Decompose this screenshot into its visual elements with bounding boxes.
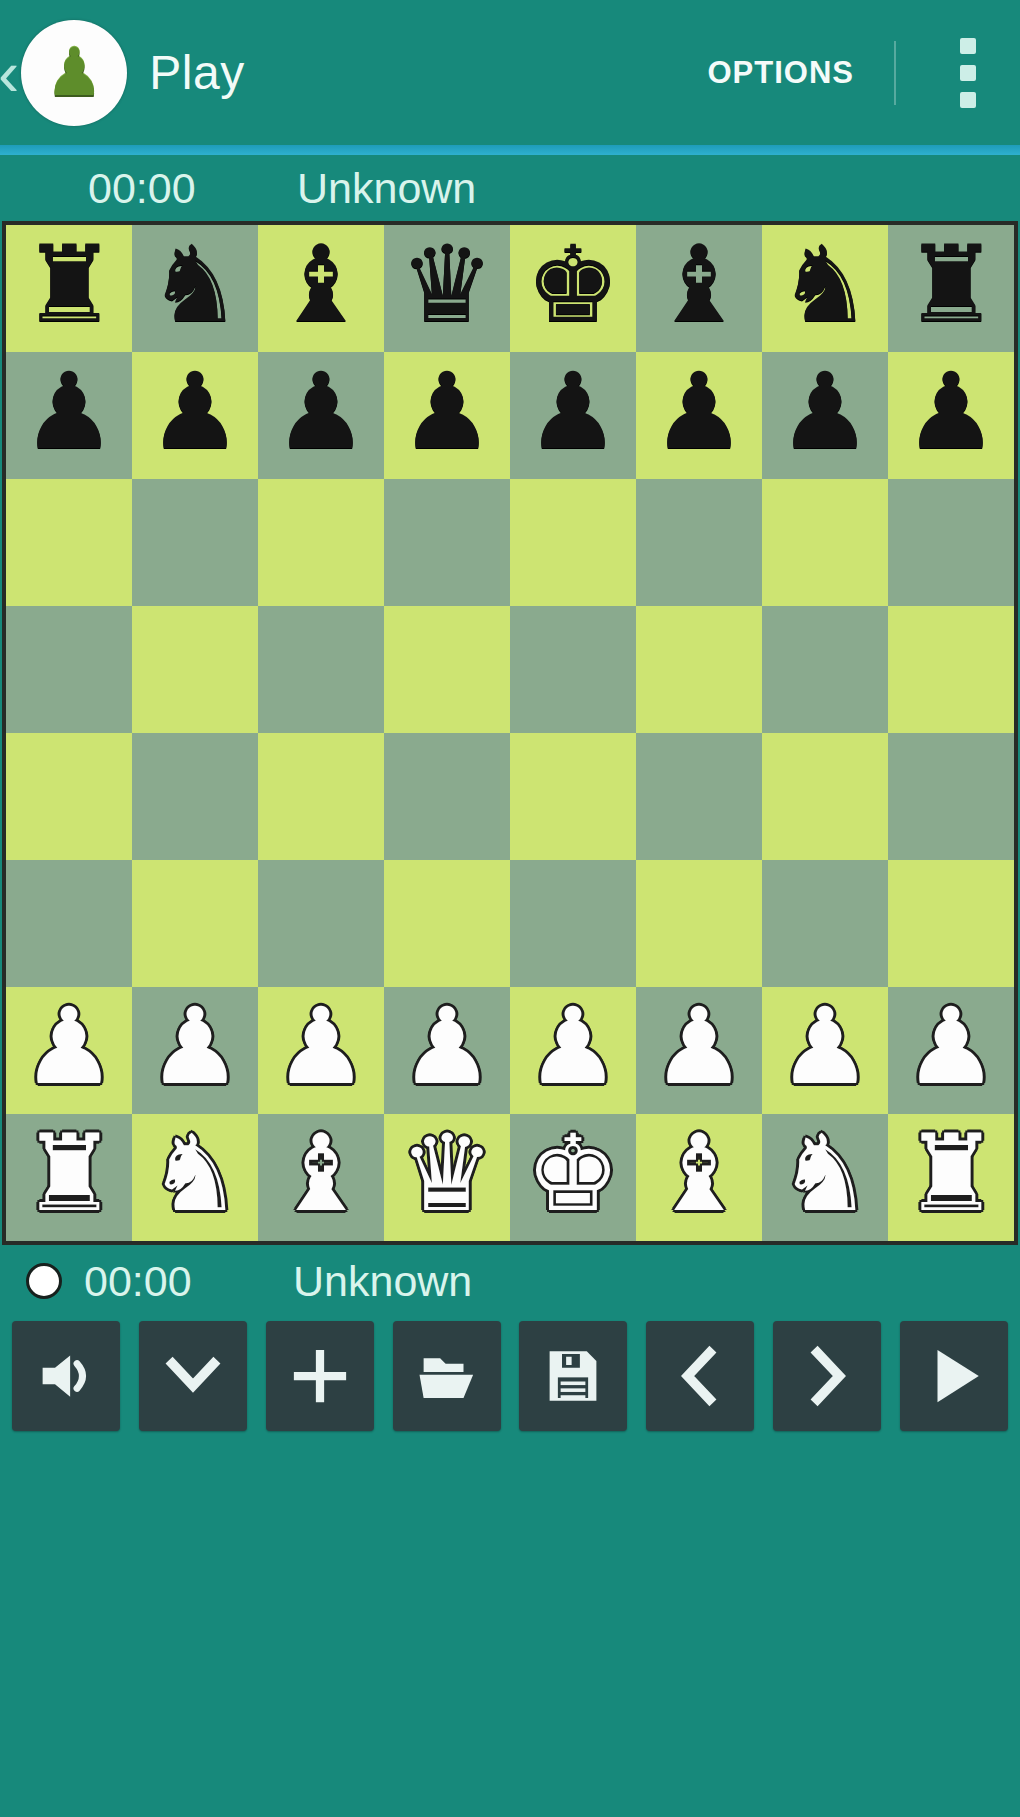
square-g3[interactable] <box>762 860 888 987</box>
square-g1[interactable]: ♞ <box>762 1114 888 1241</box>
piece-white-knight: ♞ <box>777 1121 872 1227</box>
piece-white-bishop: ♝ <box>651 1121 746 1227</box>
vertical-ellipsis-icon <box>960 38 976 54</box>
piece-black-bishop: ♝ <box>273 232 368 338</box>
piece-black-knight: ♞ <box>777 232 872 338</box>
square-g5[interactable] <box>762 606 888 733</box>
square-c5[interactable] <box>258 606 384 733</box>
vertical-ellipsis-icon <box>960 92 976 108</box>
prev-move-button[interactable] <box>646 1321 754 1431</box>
header-divider <box>0 145 1020 155</box>
piece-black-bishop: ♝ <box>651 232 746 338</box>
piece-black-king: ♚ <box>525 232 620 338</box>
overflow-menu-button[interactable] <box>934 32 1002 114</box>
square-e6[interactable] <box>510 479 636 606</box>
square-g4[interactable] <box>762 733 888 860</box>
piece-white-knight: ♞ <box>147 1121 242 1227</box>
square-b6[interactable] <box>132 479 258 606</box>
chevron-down-icon <box>160 1343 226 1409</box>
piece-black-pawn: ♟ <box>273 359 368 465</box>
square-h3[interactable] <box>888 860 1014 987</box>
square-g8[interactable]: ♞ <box>762 225 888 352</box>
square-e5[interactable] <box>510 606 636 733</box>
square-c8[interactable]: ♝ <box>258 225 384 352</box>
piece-white-pawn: ♟ <box>21 994 116 1100</box>
piece-white-rook: ♜ <box>903 1121 998 1227</box>
square-c4[interactable] <box>258 733 384 860</box>
square-a6[interactable] <box>6 479 132 606</box>
square-a8[interactable]: ♜ <box>6 225 132 352</box>
piece-black-pawn: ♟ <box>147 359 242 465</box>
square-d1[interactable]: ♛ <box>384 1114 510 1241</box>
square-d5[interactable] <box>384 606 510 733</box>
options-button[interactable]: OPTIONS <box>697 37 864 109</box>
square-f3[interactable] <box>636 860 762 987</box>
square-f7[interactable]: ♟ <box>636 352 762 479</box>
square-h1[interactable]: ♜ <box>888 1114 1014 1241</box>
next-move-button[interactable] <box>773 1321 881 1431</box>
square-c2[interactable]: ♟ <box>258 987 384 1114</box>
square-e1[interactable]: ♚ <box>510 1114 636 1241</box>
piece-white-rook: ♜ <box>21 1121 116 1227</box>
square-a7[interactable]: ♟ <box>6 352 132 479</box>
black-clock: 00:00 <box>88 164 253 213</box>
white-clock: 00:00 <box>84 1257 249 1306</box>
square-b7[interactable]: ♟ <box>132 352 258 479</box>
square-e8[interactable]: ♚ <box>510 225 636 352</box>
back-icon[interactable]: ‹ <box>0 41 19 105</box>
square-a1[interactable]: ♜ <box>6 1114 132 1241</box>
speaker-icon <box>33 1343 99 1409</box>
square-b5[interactable] <box>132 606 258 733</box>
square-c6[interactable] <box>258 479 384 606</box>
square-h7[interactable]: ♟ <box>888 352 1014 479</box>
piece-black-pawn: ♟ <box>399 359 494 465</box>
square-d8[interactable]: ♛ <box>384 225 510 352</box>
plus-icon <box>287 1343 353 1409</box>
piece-black-rook: ♜ <box>903 232 998 338</box>
square-f1[interactable]: ♝ <box>636 1114 762 1241</box>
piece-white-queen: ♛ <box>399 1121 494 1227</box>
square-a5[interactable] <box>6 606 132 733</box>
white-player-name: Unknown <box>293 1257 472 1306</box>
piece-white-pawn: ♟ <box>903 994 998 1100</box>
square-d4[interactable] <box>384 733 510 860</box>
square-b1[interactable]: ♞ <box>132 1114 258 1241</box>
new-game-button[interactable] <box>266 1321 374 1431</box>
square-e3[interactable] <box>510 860 636 987</box>
square-e4[interactable] <box>510 733 636 860</box>
game-toolbar <box>0 1319 1020 1433</box>
open-folder-icon <box>414 1343 480 1409</box>
page-title: Play <box>149 45 244 100</box>
square-g6[interactable] <box>762 479 888 606</box>
square-h4[interactable] <box>888 733 1014 860</box>
black-player-name: Unknown <box>297 164 476 213</box>
square-d2[interactable]: ♟ <box>384 987 510 1114</box>
square-f5[interactable] <box>636 606 762 733</box>
chevron-left-icon <box>667 1343 733 1409</box>
piece-white-pawn: ♟ <box>399 994 494 1100</box>
collapse-button[interactable] <box>139 1321 247 1431</box>
square-b3[interactable] <box>132 860 258 987</box>
square-a3[interactable] <box>6 860 132 987</box>
square-f4[interactable] <box>636 733 762 860</box>
square-e7[interactable]: ♟ <box>510 352 636 479</box>
square-d7[interactable]: ♟ <box>384 352 510 479</box>
piece-white-pawn: ♟ <box>273 994 368 1100</box>
autoplay-button[interactable] <box>900 1321 1008 1431</box>
square-b4[interactable] <box>132 733 258 860</box>
piece-white-pawn: ♟ <box>525 994 620 1100</box>
piece-white-pawn: ♟ <box>147 994 242 1100</box>
square-a2[interactable]: ♟ <box>6 987 132 1114</box>
app-logo: ♟ <box>21 20 127 126</box>
open-button[interactable] <box>393 1321 501 1431</box>
square-h2[interactable]: ♟ <box>888 987 1014 1114</box>
square-a4[interactable] <box>6 733 132 860</box>
square-b2[interactable]: ♟ <box>132 987 258 1114</box>
piece-white-king: ♚ <box>525 1121 620 1227</box>
piece-black-pawn: ♟ <box>651 359 746 465</box>
square-c7[interactable]: ♟ <box>258 352 384 479</box>
piece-black-pawn: ♟ <box>903 359 998 465</box>
white-player-row: 00:00 Unknown <box>0 1245 1020 1317</box>
piece-black-queen: ♛ <box>399 232 494 338</box>
square-b8[interactable]: ♞ <box>132 225 258 352</box>
play-icon <box>921 1343 987 1409</box>
piece-black-pawn: ♟ <box>777 359 872 465</box>
app-bar: ‹ ♟ Play OPTIONS <box>0 0 1020 145</box>
piece-white-pawn: ♟ <box>777 994 872 1100</box>
square-f2[interactable]: ♟ <box>636 987 762 1114</box>
piece-black-pawn: ♟ <box>21 359 116 465</box>
square-d3[interactable] <box>384 860 510 987</box>
piece-black-knight: ♞ <box>147 232 242 338</box>
square-c3[interactable] <box>258 860 384 987</box>
square-f8[interactable]: ♝ <box>636 225 762 352</box>
black-player-row: 00:00 Unknown <box>0 155 1020 221</box>
square-c1[interactable]: ♝ <box>258 1114 384 1241</box>
app-bar-separator <box>894 41 896 105</box>
green-pawn-icon: ♟ <box>45 40 104 106</box>
square-e2[interactable]: ♟ <box>510 987 636 1114</box>
piece-black-rook: ♜ <box>21 232 116 338</box>
floppy-disk-icon <box>540 1343 606 1409</box>
square-h5[interactable] <box>888 606 1014 733</box>
square-g7[interactable]: ♟ <box>762 352 888 479</box>
square-g2[interactable]: ♟ <box>762 987 888 1114</box>
volume-button[interactable] <box>12 1321 120 1431</box>
square-f6[interactable] <box>636 479 762 606</box>
save-button[interactable] <box>519 1321 627 1431</box>
square-d6[interactable] <box>384 479 510 606</box>
piece-white-pawn: ♟ <box>651 994 746 1100</box>
piece-black-pawn: ♟ <box>525 359 620 465</box>
square-h6[interactable] <box>888 479 1014 606</box>
chess-board[interactable]: ♜♞♝♛♚♝♞♜♟♟♟♟♟♟♟♟♟♟♟♟♟♟♟♟♜♞♝♛♚♝♞♜ <box>2 221 1018 1245</box>
piece-white-bishop: ♝ <box>273 1121 368 1227</box>
vertical-ellipsis-icon <box>960 65 976 81</box>
square-h8[interactable]: ♜ <box>888 225 1014 352</box>
chevron-right-icon <box>794 1343 860 1409</box>
white-to-move-indicator <box>26 1263 62 1299</box>
